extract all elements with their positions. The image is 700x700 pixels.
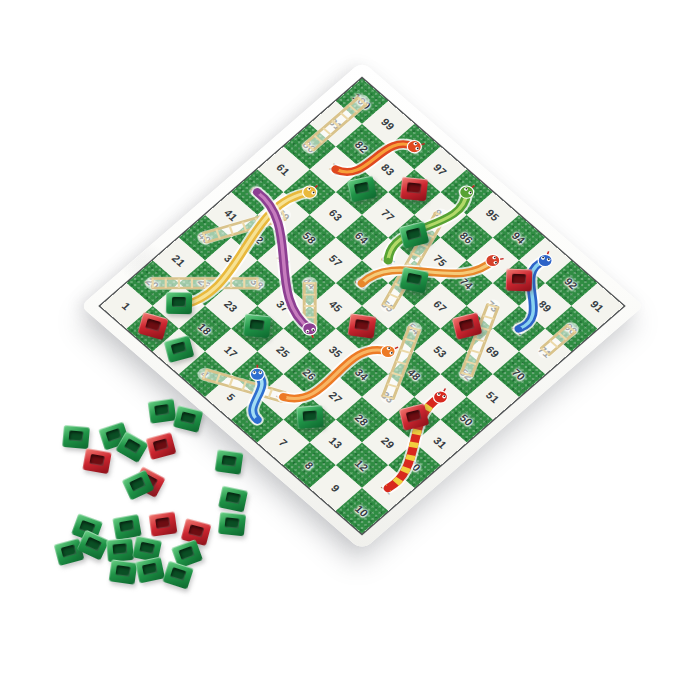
token-cavity (153, 438, 169, 451)
token-cavity (225, 491, 241, 504)
token-cavity (112, 543, 127, 554)
token-body (218, 512, 246, 537)
token-body (77, 530, 110, 561)
token-cavity (89, 453, 105, 465)
token-body (148, 398, 177, 423)
token-body (98, 422, 130, 451)
token-cavity (139, 541, 155, 554)
token-green (218, 486, 248, 513)
token-green (62, 425, 90, 449)
token-cavity (116, 565, 131, 577)
token-body (171, 539, 203, 569)
token-green (77, 530, 110, 561)
token-body (162, 561, 194, 590)
token-body (109, 559, 138, 584)
board-sheet: 1009998979695949392918182838485868788899… (81, 61, 644, 551)
token-green (171, 539, 203, 569)
token-green (148, 398, 177, 423)
token-green (109, 559, 138, 584)
token-red (82, 448, 111, 474)
ladder-33-54 (357, 324, 446, 401)
snake-47-15 (279, 320, 400, 425)
token-green (218, 512, 246, 537)
token-cavity (79, 519, 96, 533)
token-red (132, 466, 165, 498)
token-green (112, 514, 141, 540)
token-cavity (119, 519, 135, 531)
token-red (181, 518, 212, 546)
token-cavity (178, 545, 195, 559)
token-green (122, 470, 155, 501)
token-body (112, 514, 141, 540)
token-body (215, 449, 244, 474)
token-body (62, 425, 90, 449)
token-body (146, 432, 177, 460)
snake-96-65 (380, 180, 481, 268)
token-body (132, 536, 162, 563)
token-body (106, 538, 134, 562)
ladder-52-73 (435, 301, 524, 378)
token-body (135, 557, 165, 584)
token-body (181, 518, 212, 546)
product-photo: 1009998979695949392918182838485868788899… (0, 0, 700, 700)
token-cavity (222, 455, 237, 467)
token-body (218, 486, 248, 513)
snakes-and-ladders-art (100, 78, 623, 533)
token-green (106, 538, 134, 562)
token-body (71, 513, 103, 543)
token-red (146, 432, 177, 460)
token-cavity (124, 438, 141, 454)
token-green (98, 422, 130, 451)
token-green (135, 557, 165, 584)
token-green (215, 449, 244, 474)
token-body (149, 511, 178, 536)
token-cavity (225, 517, 240, 528)
snake-49-11 (355, 386, 476, 491)
token-body (122, 470, 155, 501)
token-cavity (141, 473, 158, 488)
ladder-71-90 (541, 325, 575, 355)
token-cavity (170, 567, 186, 581)
token-green (71, 513, 103, 543)
token-green (132, 536, 162, 563)
token-cavity (69, 430, 84, 441)
ladder-4-15 (200, 347, 289, 424)
token-cavity (85, 536, 102, 551)
ladder-80-100 (306, 98, 366, 150)
token-cavity (105, 428, 121, 442)
token-green (162, 561, 194, 590)
token-cavity (188, 524, 204, 537)
token-body (132, 466, 165, 498)
token-body (54, 538, 85, 566)
token-cavity (154, 404, 169, 416)
token-green (54, 538, 85, 566)
token-cavity (155, 517, 170, 529)
token-body (115, 431, 149, 463)
snake-62-19 (169, 179, 325, 315)
token-cavity (61, 544, 77, 557)
token-cavity (142, 562, 158, 575)
token-cavity (180, 411, 196, 424)
token-green (115, 431, 149, 463)
token-red (149, 511, 178, 536)
token-cavity (129, 476, 146, 491)
snake-98-79 (332, 116, 427, 198)
token-body (82, 448, 111, 474)
